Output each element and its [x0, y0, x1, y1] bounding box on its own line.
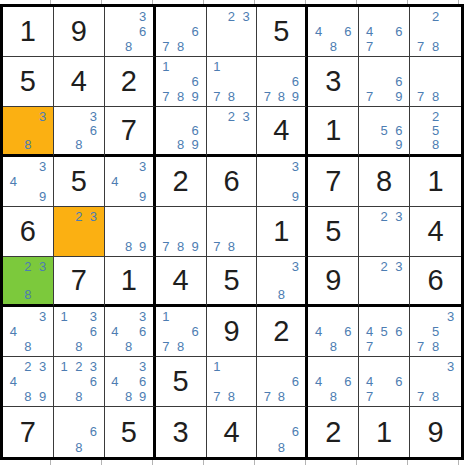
candidate-digit-9[interactable]: 9 — [288, 89, 302, 104]
cell-r6c2[interactable]: 7 — [54, 257, 105, 307]
candidate-slot-empty — [173, 224, 188, 239]
cell-r9c8[interactable]: 1 — [359, 407, 410, 457]
candidate-digit-6[interactable]: 6 — [341, 374, 356, 389]
candidate-grid: 348 — [3, 307, 53, 356]
candidate-slot-empty — [260, 374, 274, 389]
cell-r3c4[interactable]: 689 — [156, 107, 207, 157]
cell-r6c7[interactable]: 9 — [308, 257, 359, 307]
candidate-digit-9[interactable]: 9 — [136, 239, 150, 254]
candidate-digit-4[interactable]: 4 — [108, 174, 122, 189]
candidate-digit-7[interactable]: 7 — [159, 239, 174, 254]
cell-r4c2[interactable]: 5 — [54, 157, 105, 207]
candidate-digit-8[interactable]: 8 — [274, 288, 288, 302]
candidate-digit-7[interactable]: 7 — [210, 89, 225, 104]
cell-r3c8[interactable]: 569 — [359, 107, 410, 157]
candidate-digit-3[interactable]: 3 — [86, 359, 101, 374]
cell-digit: 4 — [223, 418, 239, 447]
cell-r9c3[interactable]: 5 — [105, 407, 156, 457]
cell-r6c9[interactable]: 6 — [410, 257, 461, 307]
candidate-slot-empty — [260, 409, 274, 424]
candidate-digit-4[interactable]: 4 — [311, 324, 326, 339]
cell-r2c2[interactable]: 4 — [54, 57, 105, 107]
candidate-slot-empty — [21, 309, 36, 324]
cell-r4c5[interactable]: 6 — [207, 157, 258, 207]
candidate-digit-3[interactable]: 3 — [288, 259, 302, 273]
cell-r5c3[interactable]: 89 — [105, 207, 156, 257]
cell-r7c3[interactable]: 3468 — [105, 307, 156, 357]
candidate-slot-empty — [173, 309, 188, 324]
cell-r1c9[interactable]: 278 — [410, 7, 461, 57]
cell-r9c5[interactable]: 4 — [207, 407, 258, 457]
candidate-digit-8[interactable]: 8 — [122, 389, 136, 404]
cell-r5c8[interactable]: 23 — [359, 207, 410, 257]
candidate-digit-4[interactable]: 4 — [6, 174, 21, 189]
candidate-digit-8[interactable]: 8 — [428, 39, 443, 54]
candidate-digit-8[interactable]: 8 — [122, 239, 136, 254]
candidate-digit-2[interactable]: 2 — [224, 9, 239, 24]
candidate-digit-3[interactable]: 3 — [136, 309, 150, 324]
candidate-digit-9[interactable]: 9 — [188, 89, 203, 104]
candidate-digit-3[interactable]: 3 — [136, 159, 150, 174]
candidate-digit-9[interactable]: 9 — [136, 189, 150, 204]
candidate-digit-8[interactable]: 8 — [326, 339, 341, 354]
candidate-slot-empty — [57, 109, 72, 123]
candidate-digit-4[interactable]: 4 — [108, 374, 122, 389]
candidate-digit-6[interactable]: 6 — [86, 424, 101, 439]
candidate-digit-2[interactable]: 2 — [224, 109, 239, 123]
candidate-digit-6[interactable]: 6 — [341, 24, 356, 39]
cell-r8c9[interactable]: 378 — [410, 357, 461, 407]
candidate-digit-8[interactable]: 8 — [173, 89, 188, 104]
candidate-digit-3[interactable]: 3 — [35, 309, 50, 324]
cell-r9c6[interactable]: 68 — [257, 407, 308, 457]
cell-digit: 5 — [121, 418, 137, 447]
candidate-digit-3[interactable]: 3 — [35, 259, 50, 273]
cell-r2c6[interactable]: 6789 — [257, 57, 308, 107]
candidate-digit-7[interactable]: 7 — [260, 389, 274, 404]
cell-r8c8[interactable]: 467 — [359, 357, 410, 407]
candidate-slot-empty — [413, 138, 428, 152]
candidate-slot-empty — [122, 224, 136, 239]
candidate-slot-empty — [311, 359, 326, 374]
candidate-slot-empty — [274, 409, 288, 424]
cell-r4c7[interactable]: 7 — [308, 157, 359, 207]
candidate-grid: 39 — [257, 157, 305, 206]
candidate-slot-empty — [173, 123, 188, 137]
candidate-digit-6[interactable]: 6 — [188, 74, 203, 89]
cell-r9c7[interactable]: 2 — [308, 407, 359, 457]
cell-r1c8[interactable]: 467 — [359, 7, 410, 57]
cell-r7c2[interactable]: 1368 — [54, 307, 105, 357]
cell-r5c1[interactable]: 6 — [3, 207, 54, 257]
candidate-digit-2[interactable]: 2 — [428, 109, 443, 123]
cell-digit: 5 — [223, 266, 239, 295]
candidate-digit-7[interactable]: 7 — [159, 89, 174, 104]
cell-r9c1[interactable]: 7 — [3, 407, 54, 457]
candidate-digit-6[interactable]: 6 — [391, 74, 406, 89]
candidate-digit-2[interactable]: 2 — [428, 9, 443, 24]
candidate-digit-3[interactable]: 3 — [136, 9, 150, 24]
candidate-digit-7[interactable]: 7 — [413, 89, 428, 104]
candidate-digit-7[interactable]: 7 — [159, 339, 174, 354]
candidate-slot-empty — [288, 389, 302, 404]
candidate-digit-8[interactable]: 8 — [224, 89, 239, 104]
cell-r5c9[interactable]: 4 — [410, 207, 461, 257]
candidate-digit-3[interactable]: 3 — [35, 109, 50, 123]
candidate-digit-6[interactable]: 6 — [188, 123, 203, 137]
candidate-digit-4[interactable]: 4 — [362, 374, 377, 389]
cell-r3c9[interactable]: 258 — [410, 107, 461, 157]
candidate-digit-1[interactable]: 1 — [210, 359, 225, 374]
candidate-digit-9[interactable]: 9 — [391, 138, 406, 152]
cell-r1c3[interactable]: 368 — [105, 7, 156, 57]
cell-r8c1[interactable]: 23489 — [3, 357, 54, 407]
candidate-digit-9[interactable]: 9 — [288, 189, 302, 204]
candidate-digit-8[interactable]: 8 — [274, 389, 288, 404]
candidate-digit-3[interactable]: 3 — [391, 259, 406, 273]
cell-r4c9[interactable]: 1 — [410, 157, 461, 207]
cell-digit: 1 — [376, 418, 392, 447]
candidate-digit-9[interactable]: 9 — [188, 138, 203, 152]
candidate-digit-8[interactable]: 8 — [173, 39, 188, 54]
candidate-slot-empty — [443, 109, 458, 123]
candidate-slot-empty — [362, 109, 377, 123]
candidate-digit-7[interactable]: 7 — [413, 389, 428, 404]
cell-r6c6[interactable]: 38 — [257, 257, 308, 307]
candidate-slot-empty — [260, 74, 274, 89]
candidate-slot-empty — [173, 209, 188, 224]
candidate-digit-2[interactable]: 2 — [377, 209, 392, 224]
candidate-digit-4[interactable]: 4 — [108, 324, 122, 339]
candidate-digit-8[interactable]: 8 — [122, 39, 136, 54]
candidate-slot-empty — [362, 359, 377, 374]
candidate-digit-6[interactable]: 6 — [391, 24, 406, 39]
candidate-digit-8[interactable]: 8 — [173, 138, 188, 152]
candidate-grid: 89 — [105, 207, 153, 256]
candidate-slot-empty — [188, 39, 203, 54]
candidate-slot-empty — [122, 9, 136, 24]
candidate-digit-4[interactable]: 4 — [6, 374, 21, 389]
candidate-slot-empty — [239, 209, 254, 224]
candidate-slot-empty — [274, 159, 288, 174]
candidate-digit-5[interactable]: 5 — [377, 324, 392, 339]
candidate-digit-8[interactable]: 8 — [122, 339, 136, 354]
candidate-slot-empty — [274, 74, 288, 89]
candidate-slot-empty — [224, 374, 239, 389]
candidate-digit-6[interactable]: 6 — [288, 374, 302, 389]
candidate-slot-empty — [188, 209, 203, 224]
candidate-digit-5[interactable]: 5 — [377, 123, 392, 137]
cell-r4c3[interactable]: 349 — [105, 157, 156, 207]
cell-r3c5[interactable]: 23 — [207, 107, 258, 157]
cell-r8c6[interactable]: 678 — [257, 357, 308, 407]
cell-r1c4[interactable]: 678 — [156, 7, 207, 57]
candidate-digit-1[interactable]: 1 — [57, 359, 72, 374]
candidate-digit-2[interactable]: 2 — [21, 259, 36, 273]
candidate-slot-empty — [188, 9, 203, 24]
candidate-digit-7[interactable]: 7 — [413, 339, 428, 354]
candidate-slot-empty — [173, 324, 188, 339]
candidate-slot-empty — [210, 224, 225, 239]
candidate-digit-5[interactable]: 5 — [428, 123, 443, 137]
candidate-digit-6[interactable]: 6 — [288, 74, 302, 89]
cell-r3c6[interactable]: 4 — [257, 107, 308, 157]
candidate-digit-3[interactable]: 3 — [239, 9, 254, 24]
candidate-digit-6[interactable]: 6 — [288, 424, 302, 439]
cell-r8c3[interactable]: 34689 — [105, 357, 156, 407]
cell-r7c7[interactable]: 468 — [308, 307, 359, 357]
cell-r6c1[interactable]: 238 — [3, 257, 54, 307]
candidate-slot-empty — [35, 324, 50, 339]
candidate-slot-empty — [362, 74, 377, 89]
candidate-digit-8[interactable]: 8 — [428, 389, 443, 404]
cell-r6c4[interactable]: 4 — [156, 257, 207, 307]
candidate-slot-empty — [224, 74, 239, 89]
candidate-digit-6[interactable]: 6 — [341, 324, 356, 339]
candidate-digit-8[interactable]: 8 — [21, 288, 36, 302]
candidate-slot-empty — [326, 9, 341, 24]
candidate-grid: 468 — [308, 7, 358, 56]
candidate-digit-8[interactable]: 8 — [326, 39, 341, 54]
cell-r5c7[interactable]: 5 — [308, 207, 359, 257]
candidate-digit-6[interactable]: 6 — [188, 324, 203, 339]
candidate-digit-4[interactable]: 4 — [362, 24, 377, 39]
candidate-grid: 468 — [308, 307, 358, 356]
candidate-digit-8[interactable]: 8 — [428, 89, 443, 104]
candidate-slot-empty — [86, 239, 101, 254]
candidate-digit-6[interactable]: 6 — [136, 324, 150, 339]
candidate-grid: 12368 — [54, 357, 104, 406]
candidate-slot-empty — [391, 109, 406, 123]
candidate-slot-empty — [21, 109, 36, 123]
candidate-digit-7[interactable]: 7 — [362, 39, 377, 54]
candidate-slot-empty — [443, 89, 458, 104]
candidate-slot-empty — [362, 138, 377, 152]
cell-r3c2[interactable]: 368 — [54, 107, 105, 157]
cell-r2c3[interactable]: 2 — [105, 57, 156, 107]
candidate-slot-empty — [108, 39, 122, 54]
candidate-slot-empty — [108, 224, 122, 239]
candidate-digit-7[interactable]: 7 — [260, 89, 274, 104]
candidate-slot-empty — [239, 374, 254, 389]
candidate-slot-empty — [108, 209, 122, 224]
cell-r8c7[interactable]: 468 — [308, 357, 359, 407]
candidate-digit-1[interactable]: 1 — [159, 309, 174, 324]
candidate-digit-6[interactable]: 6 — [86, 374, 101, 389]
cell-r3c1[interactable]: 38 — [3, 107, 54, 157]
candidate-slot-empty — [21, 273, 36, 287]
candidate-digit-3[interactable]: 3 — [136, 359, 150, 374]
candidate-digit-8[interactable]: 8 — [224, 239, 239, 254]
candidate-digit-8[interactable]: 8 — [326, 389, 341, 404]
candidate-digit-7[interactable]: 7 — [362, 89, 377, 104]
candidate-digit-6[interactable]: 6 — [391, 374, 406, 389]
cell-r8c4[interactable]: 5 — [156, 357, 207, 407]
candidate-slot-empty — [210, 109, 225, 123]
candidate-digit-8[interactable]: 8 — [224, 389, 239, 404]
cell-r8c5[interactable]: 178 — [207, 357, 258, 407]
candidate-slot-empty — [188, 109, 203, 123]
cell-r7c9[interactable]: 3578 — [410, 307, 461, 357]
candidate-slot-empty — [108, 359, 122, 374]
candidate-digit-6[interactable]: 6 — [391, 123, 406, 137]
cell-r4c1[interactable]: 349 — [3, 157, 54, 207]
candidate-digit-8[interactable]: 8 — [21, 138, 36, 152]
candidate-digit-6[interactable]: 6 — [188, 24, 203, 39]
candidate-digit-8[interactable]: 8 — [274, 89, 288, 104]
candidate-digit-8[interactable]: 8 — [173, 339, 188, 354]
candidate-slot-empty — [210, 374, 225, 389]
candidate-digit-9[interactable]: 9 — [35, 189, 50, 204]
candidate-slot-empty — [210, 138, 225, 152]
cell-r2c9[interactable]: 78 — [410, 57, 461, 107]
candidate-slot-empty — [6, 273, 21, 287]
cell-digit: 2 — [325, 418, 341, 447]
candidate-digit-3[interactable]: 3 — [443, 309, 458, 324]
candidate-digit-8[interactable]: 8 — [72, 339, 87, 354]
cell-r1c6[interactable]: 5 — [257, 7, 308, 57]
candidate-slot-empty — [108, 339, 122, 354]
cell-r4c6[interactable]: 39 — [257, 157, 308, 207]
candidate-slot-empty — [311, 339, 326, 354]
candidate-slot-empty — [57, 239, 72, 254]
cell-r9c2[interactable]: 68 — [54, 407, 105, 457]
cell-r8c2[interactable]: 12368 — [54, 357, 105, 407]
candidate-digit-7[interactable]: 7 — [210, 239, 225, 254]
candidate-digit-7[interactable]: 7 — [362, 339, 377, 354]
cell-r2c5[interactable]: 178 — [207, 57, 258, 107]
cell-r5c4[interactable]: 789 — [156, 207, 207, 257]
candidate-digit-6[interactable]: 6 — [86, 123, 101, 137]
candidate-slot-empty — [239, 59, 254, 74]
candidate-slot-empty — [391, 339, 406, 354]
cell-r4c4[interactable]: 2 — [156, 157, 207, 207]
cell-r1c7[interactable]: 468 — [308, 7, 359, 57]
candidate-digit-8[interactable]: 8 — [72, 389, 87, 404]
candidate-digit-4[interactable]: 4 — [6, 324, 21, 339]
candidate-digit-2[interactable]: 2 — [377, 259, 392, 273]
candidate-digit-3[interactable]: 3 — [86, 209, 101, 224]
candidate-digit-2[interactable]: 2 — [72, 359, 87, 374]
candidate-digit-5[interactable]: 5 — [428, 324, 443, 339]
candidate-digit-2[interactable]: 2 — [21, 359, 36, 374]
candidate-slot-empty — [274, 59, 288, 74]
cell-r7c6[interactable]: 2 — [257, 307, 308, 357]
candidate-slot-empty — [57, 440, 72, 455]
candidate-digit-3[interactable]: 3 — [443, 359, 458, 374]
candidate-grid: 34689 — [105, 357, 153, 406]
candidate-slot-empty — [362, 123, 377, 137]
candidate-digit-4[interactable]: 4 — [311, 374, 326, 389]
candidate-digit-8[interactable]: 8 — [72, 138, 87, 152]
candidate-digit-9[interactable]: 9 — [391, 89, 406, 104]
sudoku-app-screen: 1936867823546846727854216789178678936797… — [0, 0, 464, 465]
cell-r2c8[interactable]: 679 — [359, 57, 410, 107]
candidate-digit-2[interactable]: 2 — [72, 209, 87, 224]
candidate-digit-6[interactable]: 6 — [86, 324, 101, 339]
cell-r3c7[interactable]: 1 — [308, 107, 359, 157]
candidate-slot-empty — [443, 123, 458, 137]
cell-r6c5[interactable]: 5 — [207, 257, 258, 307]
candidate-digit-9[interactable]: 9 — [188, 239, 203, 254]
candidate-grid: 368 — [105, 7, 153, 56]
candidate-slot-empty — [443, 374, 458, 389]
candidate-slot-empty — [391, 359, 406, 374]
candidate-slot-empty — [210, 74, 225, 89]
cell-r1c2[interactable]: 9 — [54, 7, 105, 57]
cell-r2c4[interactable]: 16789 — [156, 57, 207, 107]
candidate-slot-empty — [239, 123, 254, 137]
candidate-slot-empty — [122, 309, 136, 324]
candidate-digit-4[interactable]: 4 — [311, 24, 326, 39]
cell-r2c7[interactable]: 3 — [308, 57, 359, 107]
candidate-digit-1[interactable]: 1 — [159, 59, 174, 74]
candidate-slot-empty — [239, 89, 254, 104]
candidate-digit-6[interactable]: 6 — [136, 374, 150, 389]
cell-r6c8[interactable]: 23 — [359, 257, 410, 307]
candidate-digit-1[interactable]: 1 — [210, 59, 225, 74]
candidate-slot-empty — [136, 174, 150, 189]
candidate-digit-1[interactable]: 1 — [57, 309, 72, 324]
cell-r5c6[interactable]: 1 — [257, 207, 308, 257]
candidate-digit-8[interactable]: 8 — [21, 389, 36, 404]
candidate-digit-9[interactable]: 9 — [136, 389, 150, 404]
candidate-digit-3[interactable]: 3 — [391, 209, 406, 224]
candidate-grid: 23489 — [3, 357, 53, 406]
cell-r1c5[interactable]: 23 — [207, 7, 258, 57]
candidate-grid: 368 — [54, 107, 104, 154]
cell-r3c3[interactable]: 7 — [105, 107, 156, 157]
candidate-slot-empty — [274, 273, 288, 287]
cell-r6c3[interactable]: 1 — [105, 257, 156, 307]
cell-r9c9[interactable]: 9 — [410, 407, 461, 457]
cell-r5c2[interactable]: 23 — [54, 207, 105, 257]
candidate-digit-8[interactable]: 8 — [72, 440, 87, 455]
cell-r2c1[interactable]: 5 — [3, 57, 54, 107]
candidate-digit-8[interactable]: 8 — [428, 138, 443, 152]
cell-r9c4[interactable]: 3 — [156, 407, 207, 457]
cell-r4c8[interactable]: 8 — [359, 157, 410, 207]
candidate-digit-8[interactable]: 8 — [173, 239, 188, 254]
candidate-digit-7[interactable]: 7 — [210, 389, 225, 404]
cell-r7c8[interactable]: 4567 — [359, 307, 410, 357]
candidate-digit-6[interactable]: 6 — [136, 24, 150, 39]
candidate-digit-3[interactable]: 3 — [86, 309, 101, 324]
candidate-digit-7[interactable]: 7 — [413, 39, 428, 54]
candidate-digit-9[interactable]: 9 — [35, 389, 50, 404]
cell-r1c1[interactable]: 1 — [3, 7, 54, 57]
candidate-digit-3[interactable]: 3 — [288, 159, 302, 174]
candidate-digit-3[interactable]: 3 — [239, 109, 254, 123]
candidate-digit-8[interactable]: 8 — [428, 339, 443, 354]
candidate-digit-3[interactable]: 3 — [35, 359, 50, 374]
candidate-digit-7[interactable]: 7 — [159, 39, 174, 54]
candidate-digit-8[interactable]: 8 — [274, 440, 288, 455]
candidate-digit-3[interactable]: 3 — [86, 109, 101, 123]
cell-r7c1[interactable]: 348 — [3, 307, 54, 357]
candidate-digit-8[interactable]: 8 — [21, 339, 36, 354]
cell-r7c5[interactable]: 9 — [207, 307, 258, 357]
candidate-slot-empty — [57, 324, 72, 339]
candidate-digit-7[interactable]: 7 — [362, 389, 377, 404]
cell-r5c5[interactable]: 78 — [207, 207, 258, 257]
candidate-digit-4[interactable]: 4 — [362, 324, 377, 339]
candidate-grid: 78 — [410, 57, 461, 106]
candidate-digit-6[interactable]: 6 — [391, 324, 406, 339]
candidate-digit-3[interactable]: 3 — [35, 159, 50, 174]
cell-r7c4[interactable]: 1678 — [156, 307, 207, 357]
candidate-slot-empty — [413, 74, 428, 89]
